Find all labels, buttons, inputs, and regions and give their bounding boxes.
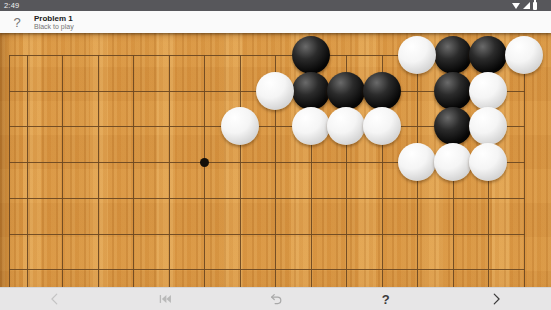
- turn-indicator: Black to play: [34, 23, 74, 31]
- stone-white-S17: [469, 107, 507, 145]
- bottom-navigation: ?: [0, 287, 551, 310]
- stone-white-N17: [292, 107, 330, 145]
- stone-black-R17: [434, 107, 472, 145]
- stone-black-R18: [434, 72, 472, 110]
- stone-grid: [9, 37, 542, 287]
- stone-black-O18: [327, 72, 365, 110]
- battery-icon: [533, 2, 537, 10]
- status-icons: [512, 2, 551, 10]
- skip-previous-icon: [158, 292, 172, 306]
- stone-black-N19: [292, 36, 330, 74]
- stone-black-S19: [469, 36, 507, 74]
- stone-white-M18: [256, 72, 294, 110]
- stone-white-R16: [434, 143, 472, 181]
- toolbar-titles: Problem 1 Black to play: [34, 14, 74, 31]
- help-icon[interactable]: ?: [0, 15, 34, 30]
- next-problem-button[interactable]: [441, 288, 551, 310]
- clock: 2:49: [0, 0, 19, 11]
- stone-white-Q16: [398, 143, 436, 181]
- previous-problem-button[interactable]: [0, 288, 110, 310]
- chevron-left-icon: [48, 292, 62, 306]
- stone-white-O17: [327, 107, 365, 145]
- signal-icon: [523, 2, 530, 9]
- stone-white-S16: [469, 143, 507, 181]
- undo-button[interactable]: [220, 288, 330, 310]
- chevron-right-icon: [489, 292, 503, 306]
- stone-white-T19: [505, 36, 543, 74]
- stone-black-R19: [434, 36, 472, 74]
- go-board[interactable]: [0, 33, 551, 287]
- restart-button[interactable]: [110, 288, 220, 310]
- question-mark-icon: ?: [382, 293, 390, 306]
- toolbar: ? Problem 1 Black to play: [0, 11, 551, 33]
- stone-black-N18: [292, 72, 330, 110]
- app-window: 2:49 ? Problem 1 Black to play: [0, 0, 551, 310]
- wifi-icon: [512, 3, 520, 9]
- stone-black-P18: [363, 72, 401, 110]
- stone-white-Q19: [398, 36, 436, 74]
- undo-icon: [269, 292, 283, 306]
- hint-button[interactable]: ?: [331, 288, 441, 310]
- page-title: Problem 1: [34, 14, 74, 23]
- stone-white-S18: [469, 72, 507, 110]
- status-bar: 2:49: [0, 0, 551, 11]
- stone-white-L17: [221, 107, 259, 145]
- stone-white-P17: [363, 107, 401, 145]
